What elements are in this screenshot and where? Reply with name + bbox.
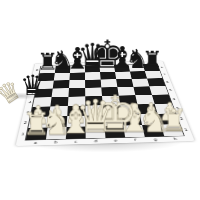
chess-set-photo: abcdefgh abcdefgh 87654321 87654321 ♜♞♝♛… [0, 0, 200, 200]
piece-glyph: ♞ [139, 102, 170, 137]
white-pawn-b2: ♟ [48, 116, 68, 127]
piece-glyph: ♝ [117, 99, 152, 138]
piece-glyph: ♛ [77, 39, 108, 73]
file-label: b [45, 139, 66, 145]
piece-glyph: ♞ [40, 105, 71, 140]
black-knight-g8: ♞ [128, 64, 144, 71]
white-pawn-a2: ♟ [28, 117, 49, 128]
file-label: a [25, 139, 46, 145]
piece-glyph: ♝ [64, 44, 91, 74]
file-label: c [65, 138, 85, 144]
white-rook-h1: ♜ [161, 124, 184, 136]
file-label: e [105, 137, 126, 143]
white-queen-d1: ♛ [86, 126, 106, 138]
white-bishop-f1: ♝ [123, 125, 144, 137]
black-bishop-f8: ♝ [114, 65, 130, 72]
black-queen-d8: ♛ [85, 65, 100, 72]
white-rook-a1: ♜ [26, 128, 48, 140]
white-pawn-g2: ♟ [140, 114, 161, 125]
piece-glyph: ♟ [121, 101, 143, 126]
black-king-e8: ♚ [99, 65, 115, 72]
white-pawn-e2: ♟ [104, 115, 124, 126]
file-label: g [145, 136, 166, 142]
file-label: h [164, 136, 186, 142]
black-bishop-c8: ♝ [70, 66, 85, 73]
extra-pieces-shadow [4, 92, 38, 100]
white-knight-b1: ♞ [46, 127, 67, 139]
white-knight-g1: ♞ [142, 125, 164, 137]
piece-glyph: ♚ [93, 89, 138, 139]
black-rook-h8: ♜ [143, 64, 160, 71]
file-label: f [125, 137, 146, 143]
piece-glyph: ♟ [46, 102, 69, 127]
white-king-e1: ♚ [104, 126, 125, 138]
piece-glyph: ♞ [50, 47, 74, 74]
white-pawn-f2: ♟ [122, 114, 142, 125]
piece-glyph: ♟ [140, 100, 162, 125]
pieces-layer: ♜♞♝♛♚♝♞♜♟♟♟♟♟♟♟♟♜♞♝♛♚♝♞♜ [26, 64, 184, 140]
piece-glyph: ♛ [75, 95, 115, 140]
piece-glyph: ♝ [58, 100, 93, 139]
piece-glyph: ♟ [65, 102, 88, 127]
piece-glyph: ♟ [84, 101, 107, 126]
file-label: d [86, 138, 106, 144]
piece-glyph: ♞ [125, 46, 149, 73]
piece-glyph: ♝ [109, 43, 136, 73]
white-pawn-h2: ♟ [158, 113, 180, 124]
piece-glyph: ♟ [103, 101, 125, 126]
piece-glyph: ♚ [90, 35, 124, 73]
white-pawn-c2: ♟ [67, 116, 86, 127]
black-knight-b8: ♞ [55, 66, 71, 73]
white-bishop-c1: ♝ [66, 127, 86, 139]
white-pawn-d2: ♟ [85, 115, 104, 126]
